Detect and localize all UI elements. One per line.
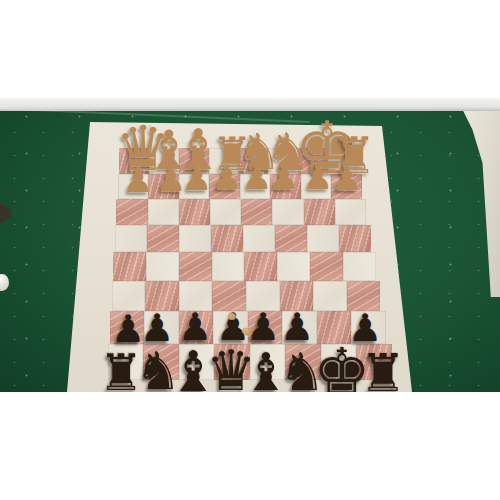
square <box>113 252 146 281</box>
square <box>212 252 245 281</box>
board-rank <box>115 225 371 252</box>
square <box>116 199 147 225</box>
board-rank <box>116 199 366 225</box>
piece-dark-bishop: ♝ <box>168 344 218 392</box>
photo: ♝♝♞♛♜♞♚♜♟♟♟♟♟♟♟♟♟♟♟♟♟♟♟♞♜♛♝♞♝♜♚ <box>0 98 500 392</box>
photo-canvas: ♝♝♞♛♜♞♚♜♟♟♟♟♟♟♟♟♟♟♟♟♟♟♟♞♜♛♝♞♝♜♚ <box>0 0 500 500</box>
stone-slab-object <box>454 111 500 297</box>
piece-light-pawn: ♟ <box>242 160 272 194</box>
piece-light-pawn: ♟ <box>123 163 153 197</box>
piece-light-pawn: ♟ <box>303 160 333 194</box>
square <box>179 225 211 252</box>
board-rank <box>113 252 375 281</box>
square <box>272 199 303 225</box>
square <box>210 199 241 225</box>
square <box>211 225 243 252</box>
piece-light-pawn: ♟ <box>212 160 242 194</box>
chipped-pawn-top <box>228 313 236 320</box>
square <box>146 252 179 281</box>
square <box>241 199 272 225</box>
square <box>343 252 376 281</box>
edge-object-light <box>0 274 9 291</box>
piece-light-pawn: ♟ <box>156 162 186 196</box>
square <box>147 225 179 252</box>
square <box>275 225 307 252</box>
square <box>313 281 347 311</box>
square <box>179 252 212 281</box>
square <box>179 199 210 225</box>
piece-light-pawn: ♟ <box>182 161 212 195</box>
square <box>310 252 343 281</box>
square <box>335 199 366 225</box>
piece-dark-pawn: ♟ <box>280 308 314 346</box>
square <box>243 225 275 252</box>
edge-object-dark <box>0 203 11 223</box>
square <box>115 225 147 252</box>
square <box>277 252 310 281</box>
background-wall-strip <box>0 98 500 111</box>
square <box>307 225 339 252</box>
piece-dark-rook: ♜ <box>99 348 144 392</box>
square <box>244 252 277 281</box>
square <box>304 199 335 225</box>
piece-light-pawn: ♟ <box>332 161 362 195</box>
square <box>148 199 179 225</box>
piece-dark-king: ♚ <box>313 340 370 392</box>
square <box>339 225 371 252</box>
piece-light-pawn: ♟ <box>269 160 299 194</box>
